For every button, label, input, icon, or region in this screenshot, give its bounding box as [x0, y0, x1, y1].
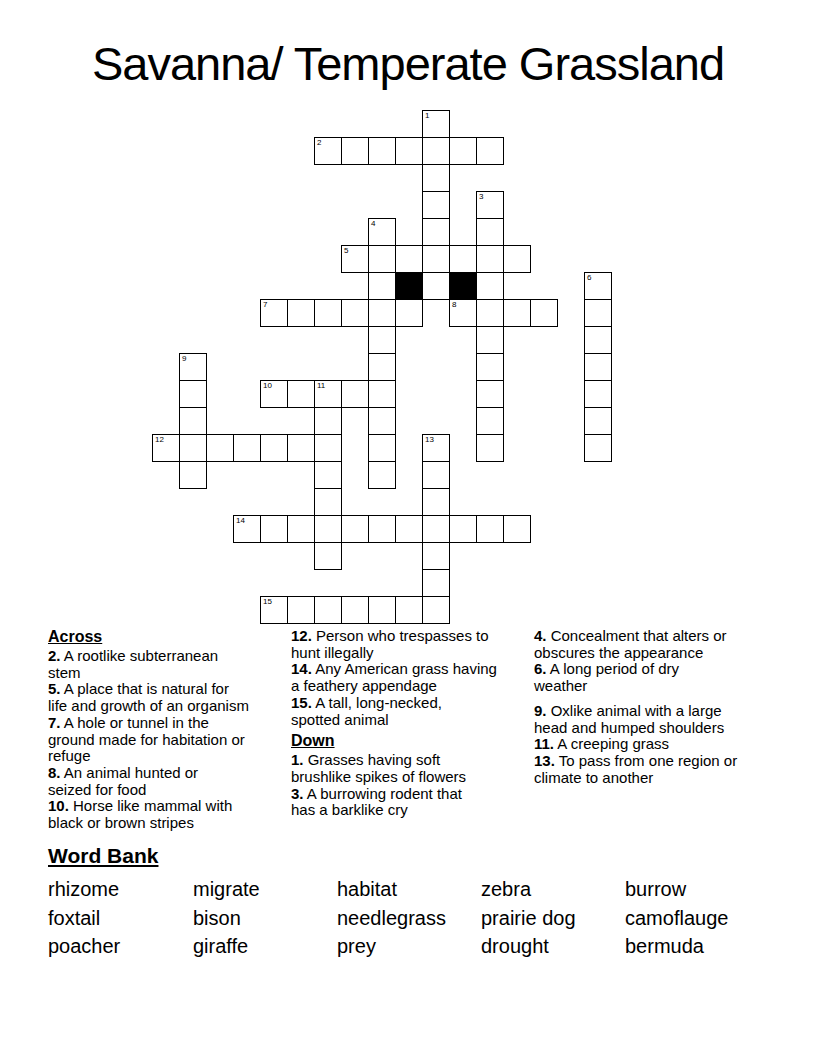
grid-cell-r16c6[interactable]	[314, 542, 342, 570]
grid-cell-r5c12[interactable]	[476, 245, 504, 273]
clue-across-2-number: 2.	[48, 647, 61, 664]
grid-cell-r15c11[interactable]	[449, 515, 477, 543]
grid-cell-r10c6[interactable]: 11	[314, 380, 342, 408]
clue-across-12-text: Person who trespasses to hunt illegally	[291, 627, 489, 661]
grid-cell-r18c9[interactable]	[395, 596, 423, 624]
cell-number-7: 7	[263, 300, 267, 309]
grid-cell-r6c12[interactable]	[476, 272, 504, 300]
grid-cell-r12c1[interactable]	[179, 434, 207, 462]
grid-cell-r3c12[interactable]: 3	[476, 191, 504, 219]
grid-cell-r5c8[interactable]	[368, 245, 396, 273]
cell-number-4: 4	[371, 219, 375, 228]
grid-cell-r12c2[interactable]	[206, 434, 234, 462]
grid-cell-r9c12[interactable]	[476, 353, 504, 381]
grid-cell-r5c11[interactable]	[449, 245, 477, 273]
grid-cell-r8c8[interactable]	[368, 326, 396, 354]
grid-cell-r10c4[interactable]: 10	[260, 380, 288, 408]
clue-down-9: 9. Oxlike animal with a large head and h…	[534, 703, 792, 736]
grid-cell-r1c11[interactable]	[449, 137, 477, 165]
word-bank-word-rhizome: rhizome	[48, 875, 193, 904]
grid-cell-r3c10[interactable]	[422, 191, 450, 219]
clue-across-12-number: 12.	[291, 627, 312, 644]
word-bank-word-prairie-dog: prairie dog	[481, 904, 625, 933]
grid-cell-r13c10[interactable]	[422, 461, 450, 489]
grid-cell-r11c16[interactable]	[584, 407, 612, 435]
clue-down-4-number: 4.	[534, 627, 547, 644]
down-header: Down	[291, 732, 534, 750]
clue-column-1: Across2. A rootlike subterranean stem5. …	[48, 628, 291, 832]
grid-cell-r16c10[interactable]	[422, 542, 450, 570]
clue-down-6-number: 6.	[534, 660, 547, 677]
word-bank-word-drought: drought	[481, 932, 625, 961]
clue-down-6: 6. A long period of dry weather	[534, 661, 792, 694]
grid-cell-r4c8[interactable]: 4	[368, 218, 396, 246]
clue-across-7-text: A hole or tunnel in the ground made for …	[48, 714, 245, 764]
clue-across-5-text: A place that is natural for life and gro…	[48, 680, 249, 714]
grid-cell-r7c9[interactable]	[395, 299, 423, 327]
grid-cell-r7c13[interactable]	[503, 299, 531, 327]
word-bank-word-zebra: zebra	[481, 875, 625, 904]
grid-cell-r7c4[interactable]: 7	[260, 299, 288, 327]
black-cell-r6c9	[395, 272, 423, 300]
clue-down-11-number: 11.	[534, 735, 554, 752]
grid-cell-r12c3[interactable]	[233, 434, 261, 462]
grid-cell-r14c6[interactable]	[314, 488, 342, 516]
grid-cell-r5c13[interactable]	[503, 245, 531, 273]
grid-cell-r15c6[interactable]	[314, 515, 342, 543]
grid-cell-r18c10[interactable]	[422, 596, 450, 624]
grid-cell-r10c5[interactable]	[287, 380, 315, 408]
grid-cell-r7c6[interactable]	[314, 299, 342, 327]
word-bank-word-prey: prey	[337, 932, 481, 961]
crossword-board: 123456789101112131415	[152, 110, 612, 624]
clue-across-5-number: 5.	[48, 680, 61, 697]
cell-number-8: 8	[452, 300, 456, 309]
clue-across-8: 8. An animal hunted or seized for food	[48, 765, 291, 798]
clue-down-1: 1. Grasses having soft brushlike spikes …	[291, 752, 534, 785]
grid-cell-r5c10[interactable]	[422, 245, 450, 273]
grid-cell-r8c16[interactable]	[584, 326, 612, 354]
grid-cell-r9c1[interactable]: 9	[179, 353, 207, 381]
cell-number-10: 10	[263, 381, 272, 390]
clue-down-6-text: A long period of dry weather	[534, 660, 679, 694]
grid-cell-r12c6[interactable]	[314, 434, 342, 462]
cell-number-6: 6	[587, 273, 591, 282]
grid-cell-r7c7[interactable]	[341, 299, 369, 327]
grid-cell-r6c8[interactable]	[368, 272, 396, 300]
grid-cell-r10c12[interactable]	[476, 380, 504, 408]
grid-cell-r7c12[interactable]	[476, 299, 504, 327]
grid-cell-r1c6[interactable]: 2	[314, 137, 342, 165]
grid-cell-r18c7[interactable]	[341, 596, 369, 624]
grid-cell-r1c7[interactable]	[341, 137, 369, 165]
clue-column-2: 12. Person who trespasses to hunt illega…	[291, 628, 534, 832]
clue-across-10-text: Horse like mammal with black or brown st…	[48, 797, 232, 831]
grid-cell-r6c10[interactable]	[422, 272, 450, 300]
word-bank-word-burrow: burrow	[625, 875, 778, 904]
clues-section: Across2. A rootlike subterranean stem5. …	[48, 628, 792, 832]
cell-number-3: 3	[479, 192, 483, 201]
clue-across-15-text: A tall, long-necked, spotted animal	[291, 694, 442, 728]
clue-down-11-text: A creeping grass	[554, 735, 669, 752]
grid-cell-r4c10[interactable]	[422, 218, 450, 246]
word-bank-word-needlegrass: needlegrass	[337, 904, 481, 933]
grid-cell-r15c12[interactable]	[476, 515, 504, 543]
clue-across-2-text: A rootlike subterranean stem	[48, 647, 218, 681]
cell-number-13: 13	[425, 435, 434, 444]
word-bank-word-migrate: migrate	[193, 875, 337, 904]
clue-across-2: 2. A rootlike subterranean stem	[48, 648, 291, 681]
clue-down-4: 4. Concealment that alters or obscures t…	[534, 628, 792, 661]
clue-across-8-text: An animal hunted or seized for food	[48, 764, 198, 798]
grid-cell-r2c10[interactable]	[422, 164, 450, 192]
grid-cell-r10c1[interactable]	[179, 380, 207, 408]
clue-across-14-text: Any American grass having a feathery app…	[291, 660, 497, 694]
grid-cell-r12c5[interactable]	[287, 434, 315, 462]
grid-cell-r12c8[interactable]	[368, 434, 396, 462]
grid-cell-r10c8[interactable]	[368, 380, 396, 408]
grid-cell-r18c4[interactable]: 15	[260, 596, 288, 624]
grid-cell-r15c13[interactable]	[503, 515, 531, 543]
cell-number-12: 12	[155, 435, 164, 444]
clue-across-5: 5. A place that is natural for life and …	[48, 681, 291, 714]
grid-cell-r13c1[interactable]	[179, 461, 207, 489]
grid-cell-r15c9[interactable]	[395, 515, 423, 543]
word-bank-word-giraffe: giraffe	[193, 932, 337, 961]
grid-cell-r14c10[interactable]	[422, 488, 450, 516]
clue-down-13-number: 13.	[534, 752, 555, 769]
clue-across-15: 15. A tall, long-necked, spotted animal	[291, 695, 534, 728]
cell-number-5: 5	[344, 246, 348, 255]
puzzle-title: Savanna/ Temperate Grassland	[0, 38, 816, 90]
grid-cell-r12c10[interactable]: 13	[422, 434, 450, 462]
clue-across-8-number: 8.	[48, 764, 61, 781]
grid-cell-r18c5[interactable]	[287, 596, 315, 624]
clue-across-7-number: 7.	[48, 714, 61, 731]
grid-cell-r12c4[interactable]	[260, 434, 288, 462]
word-bank-word-poacher: poacher	[48, 932, 193, 961]
grid-cell-r5c7[interactable]: 5	[341, 245, 369, 273]
clue-across-14: 14. Any American grass having a feathery…	[291, 661, 534, 694]
cell-number-15: 15	[263, 597, 272, 606]
grid-cell-r11c12[interactable]	[476, 407, 504, 435]
grid-cell-r7c5[interactable]	[287, 299, 315, 327]
clue-down-13: 13. To pass from one region or climate t…	[534, 753, 792, 786]
clue-down-4-text: Concealment that alters or obscures the …	[534, 627, 727, 661]
grid-cell-r7c8[interactable]	[368, 299, 396, 327]
grid-cell-r10c7[interactable]	[341, 380, 369, 408]
word-bank: Word Bank rhizomemigratehabitatzebraburr…	[48, 844, 778, 961]
grid-cell-r13c6[interactable]	[314, 461, 342, 489]
cell-number-9: 9	[182, 354, 186, 363]
across-header: Across	[48, 628, 291, 646]
clue-down-9-number: 9.	[534, 702, 547, 719]
clue-down-11: 11. A creeping grass	[534, 736, 792, 753]
grid-cell-r10c16[interactable]	[584, 380, 612, 408]
word-bank-word-bison: bison	[193, 904, 337, 933]
clue-down-9-text: Oxlike animal with a large head and hump…	[534, 702, 724, 736]
grid-cell-r18c8[interactable]	[368, 596, 396, 624]
clue-down-1-text: Grasses having soft brushlike spikes of …	[291, 751, 466, 785]
grid-cell-r11c1[interactable]	[179, 407, 207, 435]
grid-cell-r15c3[interactable]: 14	[233, 515, 261, 543]
grid-cell-r6c16[interactable]: 6	[584, 272, 612, 300]
clue-column-3: 4. Concealment that alters or obscures t…	[534, 628, 792, 832]
clue-across-15-number: 15.	[291, 694, 312, 711]
grid-cell-r15c8[interactable]	[368, 515, 396, 543]
clue-across-14-number: 14.	[291, 660, 312, 677]
grid-cell-r12c16[interactable]	[584, 434, 612, 462]
grid-cell-r9c8[interactable]	[368, 353, 396, 381]
clue-down-1-number: 1.	[291, 751, 304, 768]
grid-cell-r7c16[interactable]	[584, 299, 612, 327]
grid-cell-r1c10[interactable]	[422, 137, 450, 165]
clue-down-3-number: 3.	[291, 785, 304, 802]
grid-cell-r12c0[interactable]: 12	[152, 434, 180, 462]
grid-cell-r18c6[interactable]	[314, 596, 342, 624]
clue-down-3: 3. A burrowing rodent that has a barklik…	[291, 786, 534, 819]
grid-cell-r1c9[interactable]	[395, 137, 423, 165]
clue-down-13-text: To pass from one region or climate to an…	[534, 752, 737, 786]
cell-number-11: 11	[317, 381, 325, 390]
word-bank-word-foxtail: foxtail	[48, 904, 193, 933]
grid-cell-r7c11[interactable]: 8	[449, 299, 477, 327]
word-bank-word-bermuda: bermuda	[625, 932, 778, 961]
word-bank-word-habitat: habitat	[337, 875, 481, 904]
word-bank-word-camoflauge: camoflauge	[625, 904, 778, 933]
grid-cell-r13c8[interactable]	[368, 461, 396, 489]
grid-cell-r7c14[interactable]	[530, 299, 558, 327]
clue-across-12: 12. Person who trespasses to hunt illega…	[291, 628, 534, 661]
grid-cell-r8c12[interactable]	[476, 326, 504, 354]
grid-cell-r15c4[interactable]	[260, 515, 288, 543]
grid-cell-r11c8[interactable]	[368, 407, 396, 435]
clue-down-3-text: A burrowing rodent that has a barklike c…	[291, 785, 462, 819]
cell-number-1: 1	[425, 111, 429, 120]
word-bank-grid: rhizomemigratehabitatzebraburrowfoxtailb…	[48, 875, 778, 961]
grid-cell-r11c6[interactable]	[314, 407, 342, 435]
grid-cell-r1c12[interactable]	[476, 137, 504, 165]
clue-across-10-number: 10.	[48, 797, 69, 814]
worksheet-page: { "game": "crossword", "title": "Savanna…	[0, 0, 816, 1056]
grid-cell-r15c7[interactable]	[341, 515, 369, 543]
grid-cell-r1c8[interactable]	[368, 137, 396, 165]
grid-cell-r17c10[interactable]	[422, 569, 450, 597]
cell-number-2: 2	[317, 138, 321, 147]
black-cell-r6c11	[449, 272, 477, 300]
word-bank-header: Word Bank	[48, 844, 778, 868]
grid-cell-r9c16[interactable]	[584, 353, 612, 381]
cell-number-14: 14	[236, 516, 245, 525]
clue-across-7: 7. A hole or tunnel in the ground made f…	[48, 715, 291, 765]
grid-cell-r15c5[interactable]	[287, 515, 315, 543]
grid-cell-r0c10[interactable]: 1	[422, 110, 450, 138]
grid-cell-r15c10[interactable]	[422, 515, 450, 543]
grid-cell-r12c12[interactable]	[476, 434, 504, 462]
grid-cell-r5c9[interactable]	[395, 245, 423, 273]
clue-across-10: 10. Horse like mammal with black or brow…	[48, 798, 291, 831]
grid-cell-r4c12[interactable]	[476, 218, 504, 246]
